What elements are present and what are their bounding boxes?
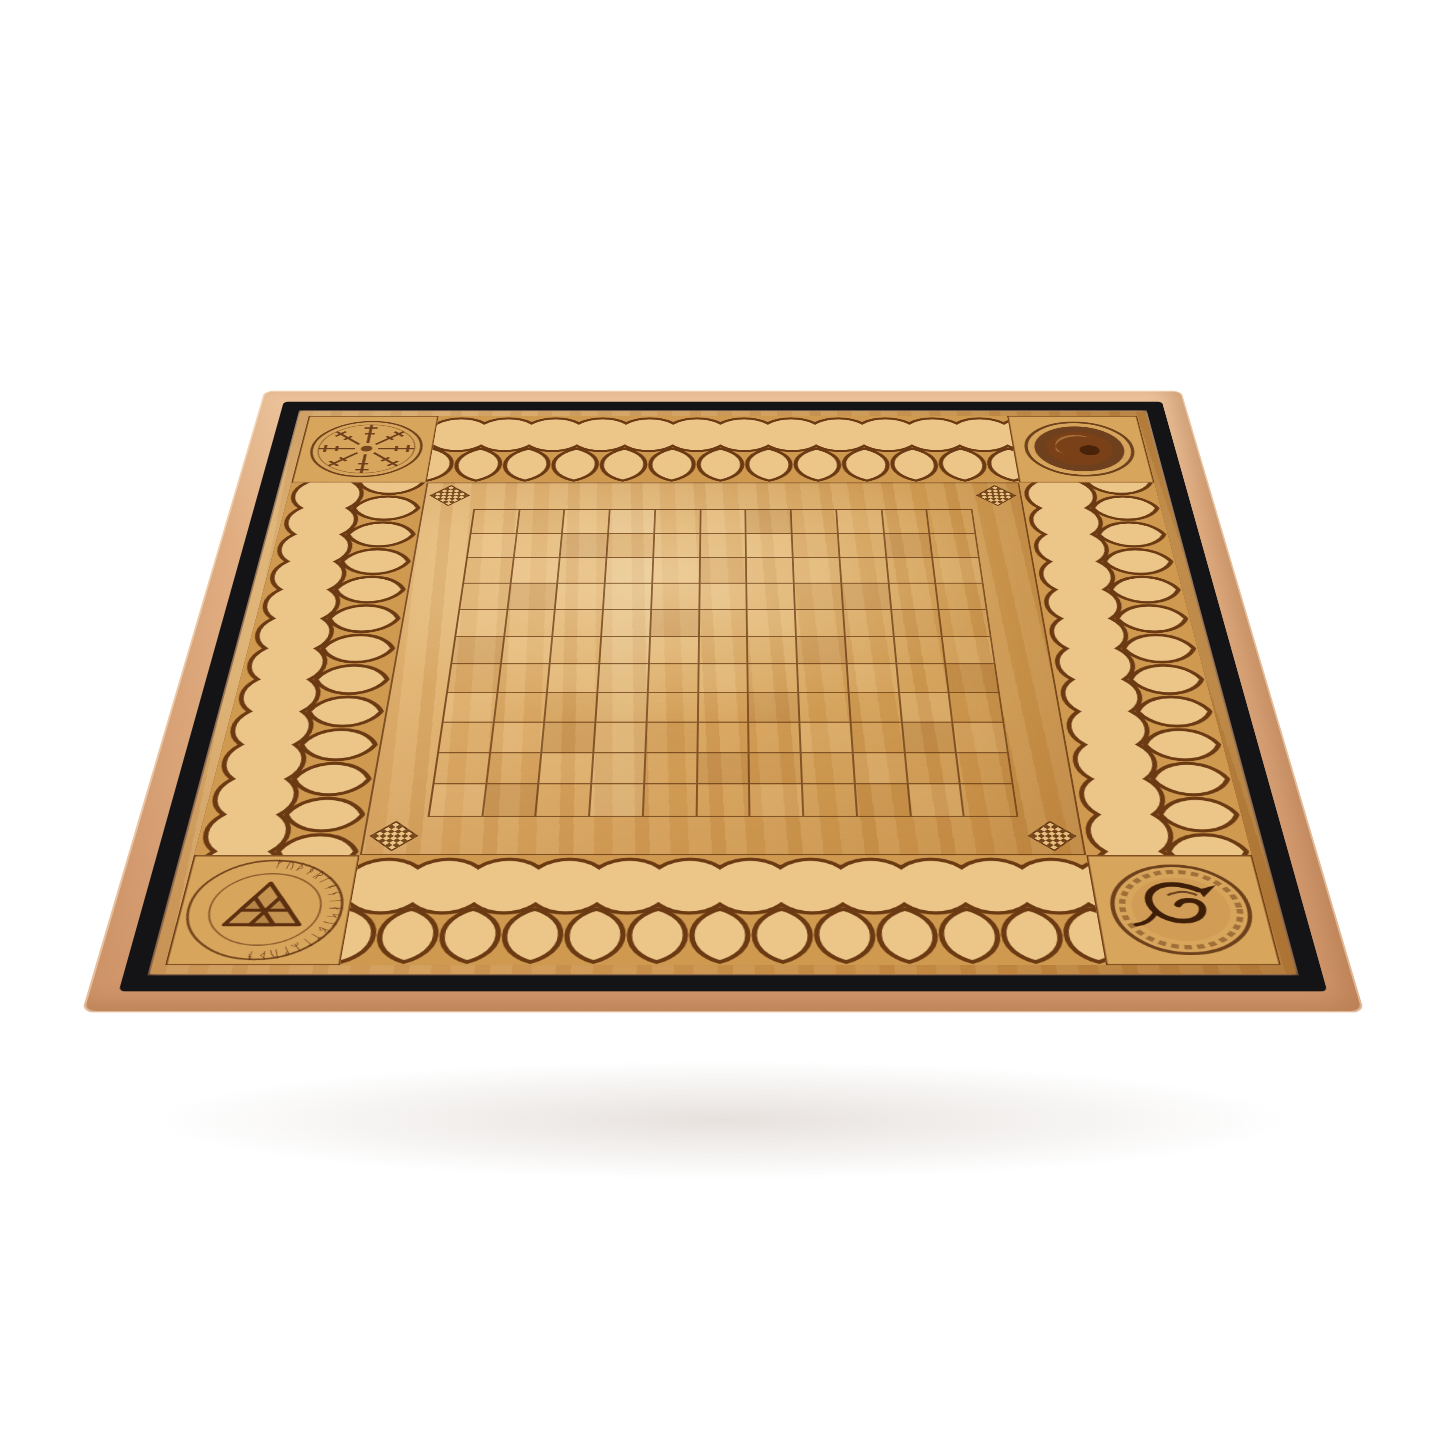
cell-r6c7[interactable] (748, 637, 798, 665)
cell-r6c5[interactable] (649, 637, 699, 665)
cell-r6c6[interactable] (699, 637, 748, 665)
cell-r6c3[interactable] (550, 637, 601, 665)
cell-r6c11[interactable] (942, 637, 995, 665)
attacker-piece[interactable] (247, 391, 308, 450)
hnefatafl-board: ᚠᚢᚦᚬᚱᚴᚼᚾᛁᛅᛋᛏᛒᛘᛚᛦᚠᚢᚦᚬ (81, 391, 1364, 1013)
cell-r6c4[interactable] (600, 637, 651, 665)
attacker-piece[interactable] (105, 831, 189, 930)
attacker-piece[interactable] (0, 1168, 100, 1304)
attacker-piece[interactable] (134, 741, 213, 831)
defender-piece[interactable] (0, 1304, 66, 1445)
cell-r6c10[interactable] (894, 637, 946, 665)
attacker-piece[interactable] (161, 659, 236, 741)
attacker-piece[interactable] (207, 514, 274, 583)
cell-r6c1[interactable] (452, 637, 505, 665)
photo-scene: ᚠᚢᚦᚬᚱᚴᚼᚾᛁᛅᛋᛏᛒᛘᛚᛦᚠᚢᚦᚬ (0, 0, 1445, 1445)
pieces-layer (81, 391, 1364, 1013)
cell-r6c8[interactable] (796, 637, 847, 665)
cell-r6c9[interactable] (845, 637, 896, 665)
attacker-piece[interactable] (185, 584, 256, 659)
box-front-side (79, 1013, 1366, 1149)
cell-r6c2[interactable] (501, 637, 553, 665)
